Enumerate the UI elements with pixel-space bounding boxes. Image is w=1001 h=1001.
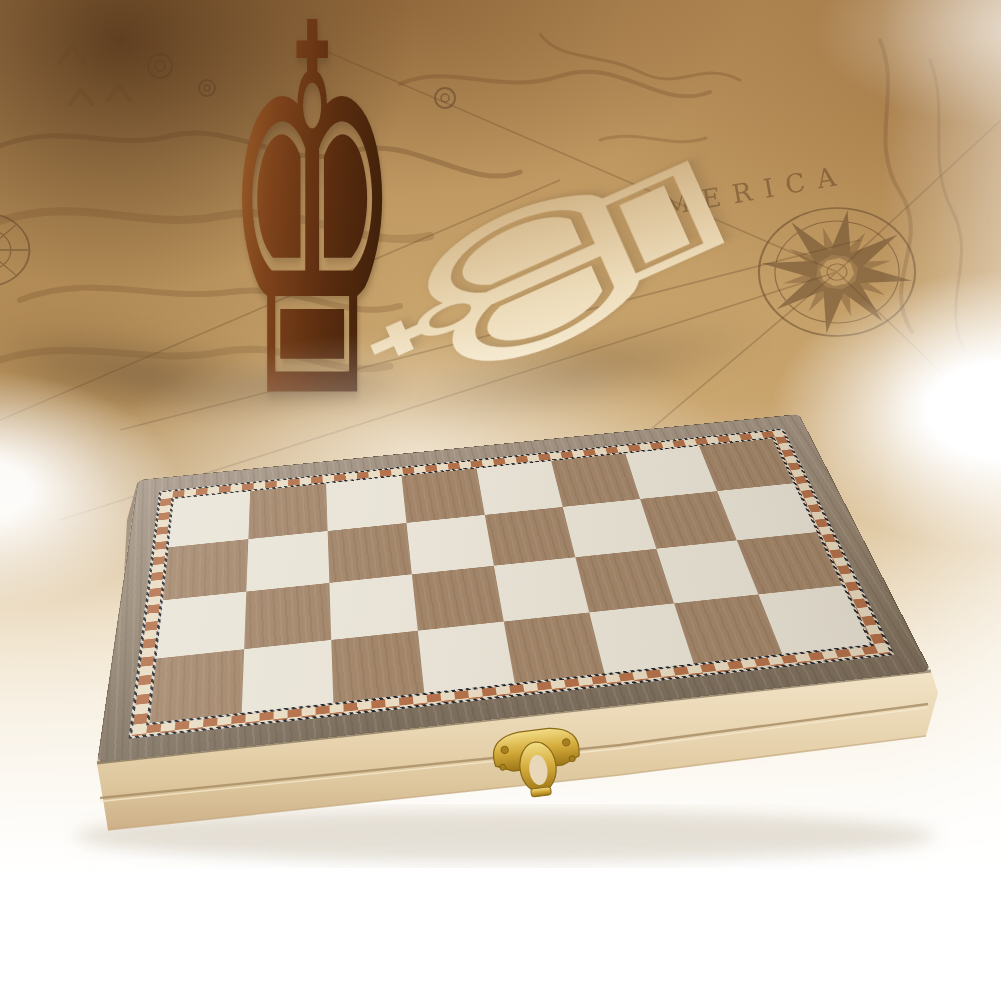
scene: AMERICA ♚ ♚ xyxy=(0,0,1001,1001)
latch-catch xyxy=(531,787,552,797)
